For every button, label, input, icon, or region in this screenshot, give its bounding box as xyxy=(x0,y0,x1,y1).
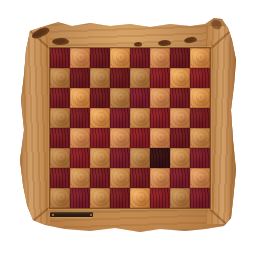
square-r1c3[interactable] xyxy=(90,48,110,68)
square-r2c2[interactable] xyxy=(70,68,90,88)
square-r7c5[interactable] xyxy=(130,168,150,188)
square-r3c3[interactable] xyxy=(90,88,110,108)
maker-plaque xyxy=(50,212,93,217)
square-r6c3[interactable] xyxy=(90,148,110,168)
bark-spot xyxy=(158,40,171,46)
square-r5c3[interactable] xyxy=(90,128,110,148)
square-r2c4[interactable] xyxy=(110,68,130,88)
square-r3c7[interactable] xyxy=(170,88,190,108)
square-r4c3[interactable] xyxy=(90,108,110,128)
square-r5c2[interactable] xyxy=(70,128,90,148)
square-r8c1[interactable] xyxy=(50,188,70,208)
square-r2c3[interactable] xyxy=(90,68,110,88)
square-r4c6[interactable] xyxy=(150,108,170,128)
frame-right-rail xyxy=(206,26,236,224)
frame-left-rail xyxy=(16,26,50,224)
square-r3c8[interactable] xyxy=(190,88,210,108)
bark-spot xyxy=(52,38,69,45)
square-r2c7[interactable] xyxy=(170,68,190,88)
square-r1c2[interactable] xyxy=(70,48,90,68)
square-r4c2[interactable] xyxy=(70,108,90,128)
square-r8c4[interactable] xyxy=(110,188,130,208)
square-r5c4[interactable] xyxy=(110,128,130,148)
square-r6c7[interactable] xyxy=(170,148,190,168)
square-r3c6[interactable] xyxy=(150,88,170,108)
square-r7c8[interactable] xyxy=(190,168,210,188)
square-r4c1[interactable] xyxy=(50,108,70,128)
square-r2c6[interactable] xyxy=(150,68,170,88)
square-r5c6[interactable] xyxy=(150,128,170,148)
chess-board xyxy=(16,18,236,232)
square-r5c1[interactable] xyxy=(50,128,70,148)
square-r6c4[interactable] xyxy=(110,148,130,168)
bark-spot xyxy=(184,36,198,43)
square-r2c5[interactable] xyxy=(130,68,150,88)
square-r1c5[interactable] xyxy=(130,48,150,68)
square-r8c5[interactable] xyxy=(130,188,150,208)
square-r8c6[interactable] xyxy=(150,188,170,208)
square-r6c6[interactable] xyxy=(150,148,170,168)
square-r7c6[interactable] xyxy=(150,168,170,188)
square-r1c1[interactable] xyxy=(50,48,70,68)
square-r7c2[interactable] xyxy=(70,168,90,188)
square-r6c5[interactable] xyxy=(130,148,150,168)
plaque-screw xyxy=(90,214,92,216)
board-squares xyxy=(50,48,210,208)
square-r7c4[interactable] xyxy=(110,168,130,188)
square-r4c8[interactable] xyxy=(190,108,210,128)
square-r4c4[interactable] xyxy=(110,108,130,128)
square-r3c4[interactable] xyxy=(110,88,130,108)
square-r5c5[interactable] xyxy=(130,128,150,148)
square-r6c2[interactable] xyxy=(70,148,90,168)
square-r3c2[interactable] xyxy=(70,88,90,108)
square-r3c1[interactable] xyxy=(50,88,70,108)
square-r5c8[interactable] xyxy=(190,128,210,148)
square-r7c3[interactable] xyxy=(90,168,110,188)
square-r2c1[interactable] xyxy=(50,68,70,88)
square-r6c8[interactable] xyxy=(190,148,210,168)
square-r1c6[interactable] xyxy=(150,48,170,68)
square-r7c7[interactable] xyxy=(170,168,190,188)
square-r8c7[interactable] xyxy=(170,188,190,208)
plaque-screw xyxy=(52,214,54,216)
square-r3c5[interactable] xyxy=(130,88,150,108)
square-r4c7[interactable] xyxy=(170,108,190,128)
square-r4c5[interactable] xyxy=(130,108,150,128)
square-r8c2[interactable] xyxy=(70,188,90,208)
product-photo xyxy=(0,0,260,260)
square-r1c8[interactable] xyxy=(190,48,210,68)
square-r1c4[interactable] xyxy=(110,48,130,68)
square-r8c8[interactable] xyxy=(190,188,210,208)
square-r6c1[interactable] xyxy=(50,148,70,168)
square-r7c1[interactable] xyxy=(50,168,70,188)
square-r2c8[interactable] xyxy=(190,68,210,88)
square-r8c3[interactable] xyxy=(90,188,110,208)
square-r5c7[interactable] xyxy=(170,128,190,148)
square-r1c7[interactable] xyxy=(170,48,190,68)
bark-spot xyxy=(134,42,142,47)
